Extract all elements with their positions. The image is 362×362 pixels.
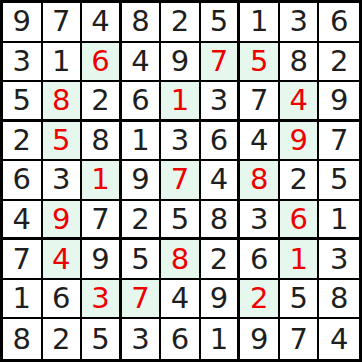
cell-r5c2[interactable]: 3 <box>43 161 83 201</box>
cell-r7c5[interactable]: 8 <box>161 240 201 280</box>
cell-r3c6[interactable]: 3 <box>201 82 241 122</box>
cell-r8c6[interactable]: 9 <box>201 280 241 320</box>
cell-r9c2[interactable]: 2 <box>43 319 83 359</box>
cell-r3c4[interactable]: 6 <box>122 82 162 122</box>
cell-r6c8[interactable]: 6 <box>280 201 320 241</box>
cell-r3c1[interactable]: 5 <box>3 82 43 122</box>
cell-r9c1[interactable]: 8 <box>3 319 43 359</box>
cell-r9c9[interactable]: 4 <box>319 319 359 359</box>
cell-r8c8[interactable]: 5 <box>280 280 320 320</box>
cell-r8c7[interactable]: 2 <box>240 280 280 320</box>
cell-r6c7[interactable]: 3 <box>240 201 280 241</box>
cell-r1c1[interactable]: 9 <box>3 3 43 43</box>
cell-r2c9[interactable]: 2 <box>319 43 359 83</box>
cell-r7c1[interactable]: 7 <box>3 240 43 280</box>
cell-r4c2[interactable]: 5 <box>43 122 83 162</box>
cell-r2c4[interactable]: 4 <box>122 43 162 83</box>
cell-r3c9[interactable]: 9 <box>319 82 359 122</box>
cell-r1c6[interactable]: 5 <box>201 3 241 43</box>
cell-r7c4[interactable]: 5 <box>122 240 162 280</box>
cell-r5c1[interactable]: 6 <box>3 161 43 201</box>
cell-r7c3[interactable]: 9 <box>82 240 122 280</box>
cell-r2c3[interactable]: 6 <box>82 43 122 83</box>
cell-r6c3[interactable]: 7 <box>82 201 122 241</box>
cell-r5c6[interactable]: 4 <box>201 161 241 201</box>
cell-r4c7[interactable]: 4 <box>240 122 280 162</box>
cell-r7c7[interactable]: 6 <box>240 240 280 280</box>
cell-r3c7[interactable]: 7 <box>240 82 280 122</box>
cell-r9c4[interactable]: 3 <box>122 319 162 359</box>
cell-r9c3[interactable]: 5 <box>82 319 122 359</box>
cell-r9c6[interactable]: 1 <box>201 319 241 359</box>
cell-r1c5[interactable]: 2 <box>161 3 201 43</box>
cell-r3c2[interactable]: 8 <box>43 82 83 122</box>
cell-r1c7[interactable]: 1 <box>240 3 280 43</box>
cell-r3c5[interactable]: 1 <box>161 82 201 122</box>
cell-r5c3[interactable]: 1 <box>82 161 122 201</box>
cell-r1c2[interactable]: 7 <box>43 3 83 43</box>
cell-r6c2[interactable]: 9 <box>43 201 83 241</box>
cell-r6c1[interactable]: 4 <box>3 201 43 241</box>
cell-r8c9[interactable]: 8 <box>319 280 359 320</box>
cell-r4c8[interactable]: 9 <box>280 122 320 162</box>
cell-r2c2[interactable]: 1 <box>43 43 83 83</box>
cell-r1c8[interactable]: 3 <box>280 3 320 43</box>
cell-r2c5[interactable]: 9 <box>161 43 201 83</box>
cell-r4c5[interactable]: 3 <box>161 122 201 162</box>
cell-r2c8[interactable]: 8 <box>280 43 320 83</box>
cell-r4c9[interactable]: 7 <box>319 122 359 162</box>
cell-r2c1[interactable]: 3 <box>3 43 43 83</box>
cell-r3c8[interactable]: 4 <box>280 82 320 122</box>
cell-r5c9[interactable]: 5 <box>319 161 359 201</box>
cell-r6c6[interactable]: 8 <box>201 201 241 241</box>
cell-r7c9[interactable]: 3 <box>319 240 359 280</box>
cell-r7c2[interactable]: 4 <box>43 240 83 280</box>
cell-r4c4[interactable]: 1 <box>122 122 162 162</box>
cell-r8c1[interactable]: 1 <box>3 280 43 320</box>
cell-r1c9[interactable]: 6 <box>319 3 359 43</box>
cell-r5c8[interactable]: 2 <box>280 161 320 201</box>
cell-r5c7[interactable]: 8 <box>240 161 280 201</box>
cell-r4c1[interactable]: 2 <box>3 122 43 162</box>
cell-r5c4[interactable]: 9 <box>122 161 162 201</box>
cell-r2c7[interactable]: 5 <box>240 43 280 83</box>
cell-r5c5[interactable]: 7 <box>161 161 201 201</box>
cell-r7c6[interactable]: 2 <box>201 240 241 280</box>
sudoku-board: 9748251363164975825826137492581364976319… <box>0 0 362 362</box>
cell-r6c4[interactable]: 2 <box>122 201 162 241</box>
cell-r8c4[interactable]: 7 <box>122 280 162 320</box>
cell-r9c8[interactable]: 7 <box>280 319 320 359</box>
cell-r8c5[interactable]: 4 <box>161 280 201 320</box>
cell-r9c5[interactable]: 6 <box>161 319 201 359</box>
cell-r4c6[interactable]: 6 <box>201 122 241 162</box>
cell-r3c3[interactable]: 2 <box>82 82 122 122</box>
cell-r1c3[interactable]: 4 <box>82 3 122 43</box>
cell-r2c6[interactable]: 7 <box>201 43 241 83</box>
cell-r9c7[interactable]: 9 <box>240 319 280 359</box>
cell-r6c5[interactable]: 5 <box>161 201 201 241</box>
cell-r7c8[interactable]: 1 <box>280 240 320 280</box>
cell-r8c3[interactable]: 3 <box>82 280 122 320</box>
cell-r8c2[interactable]: 6 <box>43 280 83 320</box>
cell-r6c9[interactable]: 1 <box>319 201 359 241</box>
cell-r1c4[interactable]: 8 <box>122 3 162 43</box>
cell-r4c3[interactable]: 8 <box>82 122 122 162</box>
